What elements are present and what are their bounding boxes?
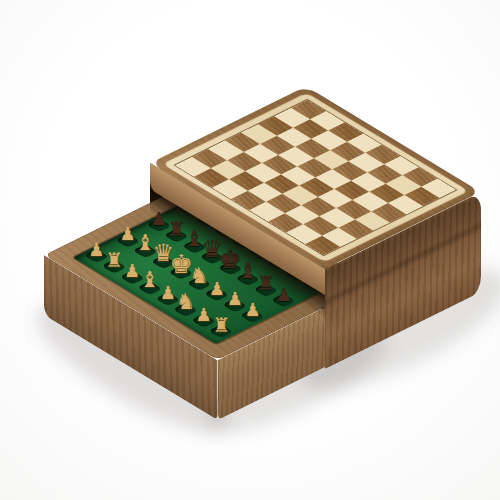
product-photo-canvas: ♞♟♟♟♟♟♟♞♟♜♝♛♚♝♜♟♟♝♛♚♞♟♟♟♟♜♟♝♟♞♟♜	[0, 0, 500, 500]
